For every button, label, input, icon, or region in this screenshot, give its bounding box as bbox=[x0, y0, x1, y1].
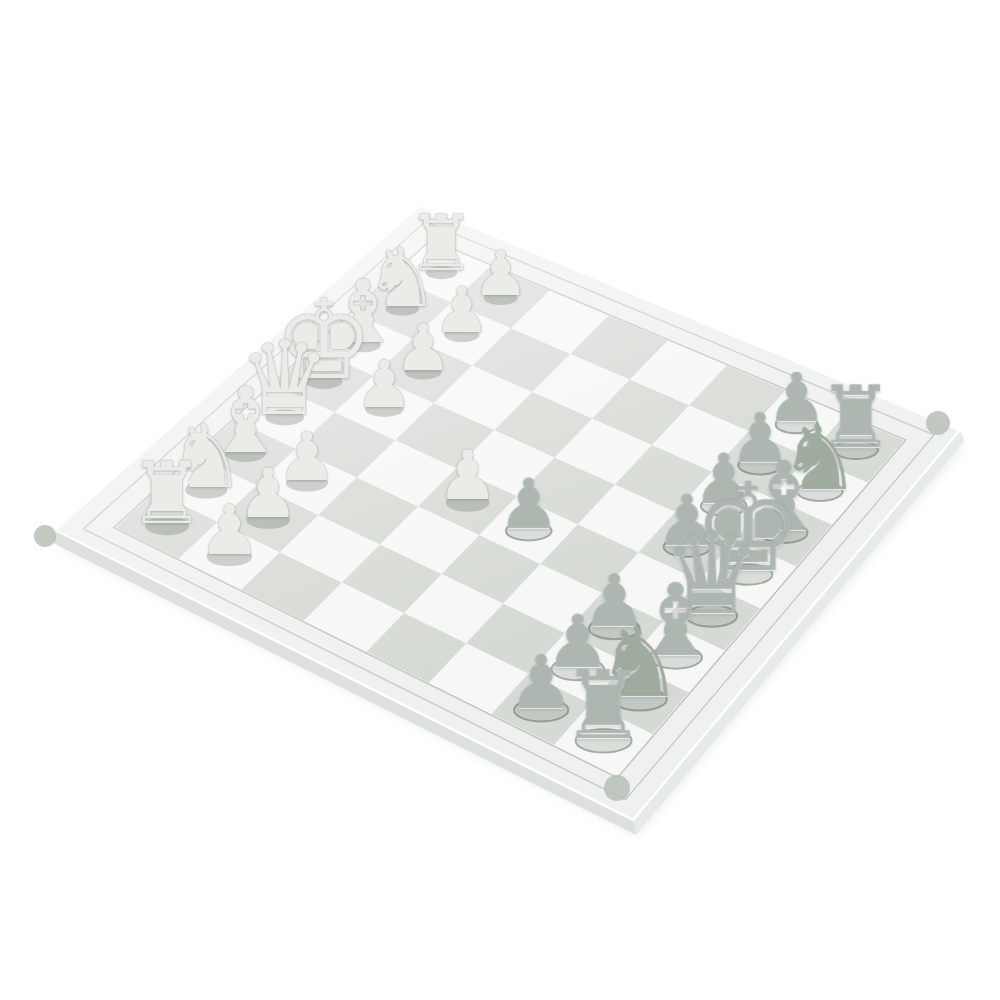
piece-base-shadow-a8 bbox=[575, 729, 631, 753]
piece-base-shadow-a1 bbox=[145, 517, 189, 535]
piece-base-shadow-d4 bbox=[446, 493, 490, 511]
piece-base-shadow-g1 bbox=[385, 302, 419, 316]
corner-foot-1 bbox=[34, 525, 56, 547]
piece-base-shadow-e1 bbox=[305, 373, 342, 389]
piece-base-shadow-c2 bbox=[286, 474, 328, 492]
piece-base-shadow-b7 bbox=[551, 658, 604, 680]
piece-base-shadow-d8 bbox=[686, 605, 737, 626]
piece-base-shadow-b2 bbox=[246, 510, 290, 528]
piece-base-shadow-e8 bbox=[723, 564, 772, 585]
piece-base-shadow-f8 bbox=[760, 523, 807, 543]
piece-base-shadow-h2 bbox=[484, 291, 518, 305]
piece-base-shadow-h8 bbox=[834, 441, 878, 459]
piece-base-shadow-f1 bbox=[345, 338, 380, 353]
corner-foot-3 bbox=[604, 775, 630, 801]
piece-base-shadow-b1 bbox=[185, 481, 227, 499]
piece-base-shadow-d5 bbox=[506, 521, 552, 540]
piece-base-shadow-c1 bbox=[225, 445, 266, 462]
piece-base-shadow-e2 bbox=[365, 401, 404, 417]
piece-base-shadow-e7 bbox=[663, 537, 710, 557]
piece-base-shadow-f7 bbox=[701, 496, 747, 515]
piece-base-shadow-h1 bbox=[426, 266, 458, 279]
corner-foot-2 bbox=[926, 411, 950, 435]
piece-base-shadow-f2 bbox=[405, 364, 442, 380]
piece-base-shadow-b8 bbox=[612, 688, 666, 711]
piece-base-shadow-c8 bbox=[649, 647, 702, 669]
piece-base-shadow-d1 bbox=[265, 409, 304, 425]
piece-base-shadow-g7 bbox=[738, 456, 782, 474]
piece-base-shadow-g2 bbox=[444, 327, 479, 342]
chess-board bbox=[0, 0, 1000, 1000]
piece-base-shadow-a2 bbox=[207, 547, 253, 566]
glass-chess-set-photo: ♜♟♞♟♝♟♚♟♛♟♜♝♟♟♞♞♟♟♟♜♟♝♟♟♚♛♟♝♟♞♟♜ bbox=[0, 0, 1000, 1000]
piece-base-shadow-a7 bbox=[514, 699, 568, 722]
piece-base-shadow-g8 bbox=[797, 482, 843, 501]
piece-base-shadow-c7 bbox=[589, 618, 640, 639]
piece-base-shadow-h7 bbox=[776, 416, 818, 434]
